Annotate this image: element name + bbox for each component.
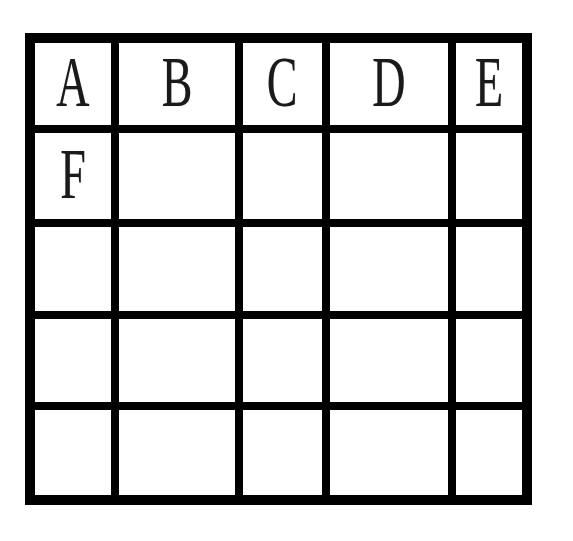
cell-r2c1: F xyxy=(35,133,111,220)
cell-r1c4: D xyxy=(330,43,448,125)
cell-r4c5 xyxy=(456,319,522,403)
cell-r3c3 xyxy=(243,227,321,311)
cell-r5c5 xyxy=(456,410,522,495)
cell-letter: A xyxy=(57,46,90,122)
cell-r3c4 xyxy=(330,227,448,311)
cell-r5c3 xyxy=(243,410,321,495)
puzzle-grid-board: A B C D E F xyxy=(25,33,532,505)
cell-r2c5 xyxy=(456,133,522,220)
cell-r4c1 xyxy=(35,319,111,403)
cell-r2c2 xyxy=(119,133,235,220)
cell-r4c2 xyxy=(119,319,235,403)
cell-r3c1 xyxy=(35,227,111,311)
cell-letter: E xyxy=(475,46,503,122)
cell-r5c1 xyxy=(35,410,111,495)
cell-r1c5: E xyxy=(456,43,522,125)
cell-r2c4 xyxy=(330,133,448,220)
cell-r5c4 xyxy=(330,410,448,495)
cell-r1c3: C xyxy=(243,43,321,125)
cell-letter: C xyxy=(267,46,298,122)
cell-letter: F xyxy=(60,138,86,214)
cell-letter: D xyxy=(372,46,405,122)
cell-r3c5 xyxy=(456,227,522,311)
cell-r1c1: A xyxy=(35,43,111,125)
cell-r3c2 xyxy=(119,227,235,311)
cell-letter: B xyxy=(162,46,193,122)
cell-r4c4 xyxy=(330,319,448,403)
cell-r2c3 xyxy=(243,133,321,220)
cell-r4c3 xyxy=(243,319,321,403)
cell-r5c2 xyxy=(119,410,235,495)
cell-r1c2: B xyxy=(119,43,235,125)
